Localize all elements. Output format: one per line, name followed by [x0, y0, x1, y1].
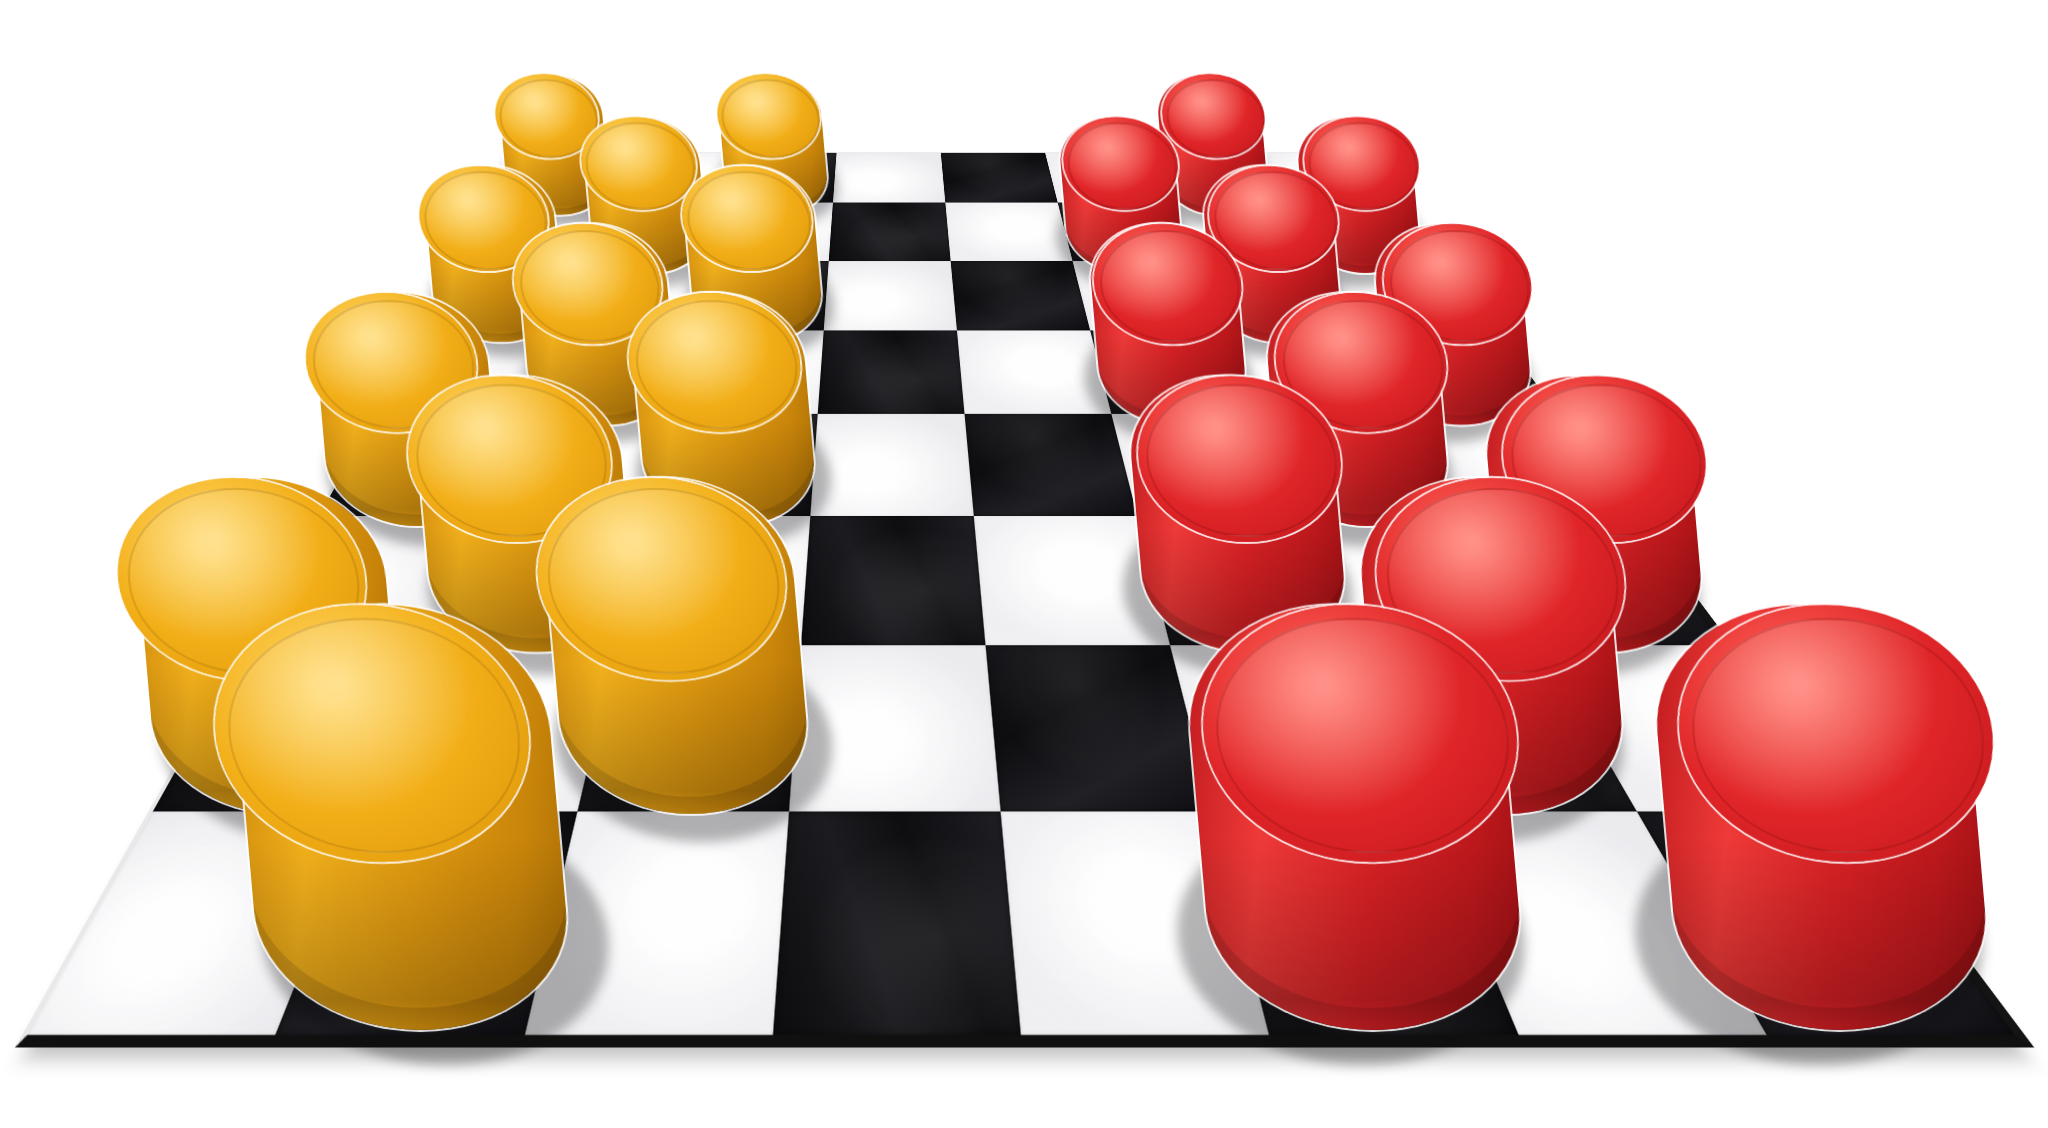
mat-perspective-wrapper — [0, 0, 2048, 1128]
piece-top-seam — [684, 171, 815, 270]
piece-top-seam — [1140, 384, 1344, 537]
piece-top-seam — [540, 488, 787, 674]
piece-top-seam — [631, 300, 803, 430]
piece-top-seam — [1682, 618, 1994, 853]
scene: Giant checkers: yellow vs red starting p… — [0, 0, 2048, 1128]
piece-top-seam — [1096, 230, 1245, 342]
piece-top-seam — [218, 618, 530, 853]
piece-top-seam — [1206, 618, 1518, 853]
pieces-layer — [0, 0, 2048, 1128]
